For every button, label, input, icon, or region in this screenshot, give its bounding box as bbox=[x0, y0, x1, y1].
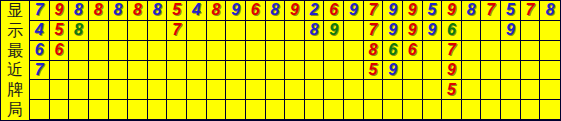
cell-r4c22: 9 bbox=[442, 61, 462, 81]
cell-r2c19: 9 bbox=[383, 21, 403, 41]
label-char-3: 最 bbox=[1, 41, 29, 61]
cell-r5c19 bbox=[383, 80, 403, 100]
cell-r2c17 bbox=[344, 21, 364, 41]
cell-r2c1: 4 bbox=[30, 21, 50, 41]
cell-r5c25 bbox=[501, 80, 521, 100]
cell-r4c3 bbox=[69, 61, 89, 81]
cell-r4c27 bbox=[540, 61, 560, 81]
cell-r1c24: 7 bbox=[481, 1, 501, 21]
cell-r5c11 bbox=[226, 80, 246, 100]
cell-r5c10 bbox=[207, 80, 227, 100]
cell-r3c23 bbox=[462, 41, 482, 61]
cell-r6c4 bbox=[89, 100, 109, 120]
cell-r1c15: 2 bbox=[305, 1, 325, 21]
cell-r3c24 bbox=[481, 41, 501, 61]
cell-r1c17: 9 bbox=[344, 1, 364, 21]
cell-r3c22: 7 bbox=[442, 41, 462, 61]
cell-r3c27 bbox=[540, 41, 560, 61]
cell-r1c7: 8 bbox=[148, 1, 168, 21]
cell-r5c17 bbox=[344, 80, 364, 100]
cell-r6c5 bbox=[109, 100, 129, 120]
cell-r6c19 bbox=[383, 100, 403, 120]
cell-r2c22: 6 bbox=[442, 21, 462, 41]
board-label: 显 示 最 近 牌 局 bbox=[1, 1, 30, 120]
cell-r6c6 bbox=[128, 100, 148, 120]
cell-r4c1: 7 bbox=[30, 61, 50, 81]
cell-r1c14: 9 bbox=[285, 1, 305, 21]
cell-r1c10: 8 bbox=[207, 1, 227, 21]
label-char-2: 示 bbox=[1, 21, 29, 41]
cell-r5c21 bbox=[423, 80, 443, 100]
cell-r4c21 bbox=[423, 61, 443, 81]
cell-r6c20 bbox=[403, 100, 423, 120]
recent-rounds-board: 显 示 最 近 牌 局 7988888548968926979959875784… bbox=[0, 0, 561, 121]
cell-r2c18: 7 bbox=[364, 21, 384, 41]
cell-r1c16: 6 bbox=[324, 1, 344, 21]
label-char-4: 近 bbox=[1, 61, 29, 81]
cell-r4c18: 5 bbox=[364, 61, 384, 81]
cell-r4c17 bbox=[344, 61, 364, 81]
cell-r4c6 bbox=[128, 61, 148, 81]
cell-r6c1 bbox=[30, 100, 50, 120]
cell-r2c12 bbox=[246, 21, 266, 41]
cell-r1c11: 9 bbox=[226, 1, 246, 21]
cell-r6c3 bbox=[69, 100, 89, 120]
cell-r4c26 bbox=[521, 61, 541, 81]
cell-r5c12 bbox=[246, 80, 266, 100]
cell-r3c13 bbox=[266, 41, 286, 61]
cell-r3c3 bbox=[69, 41, 89, 61]
cell-r5c9 bbox=[187, 80, 207, 100]
cell-r3c12 bbox=[246, 41, 266, 61]
cell-r2c9 bbox=[187, 21, 207, 41]
cell-r6c21 bbox=[423, 100, 443, 120]
cell-r4c4 bbox=[89, 61, 109, 81]
cell-r5c1 bbox=[30, 80, 50, 100]
cell-r2c25: 9 bbox=[501, 21, 521, 41]
cell-r5c14 bbox=[285, 80, 305, 100]
cell-r3c8 bbox=[167, 41, 187, 61]
cell-r2c23 bbox=[462, 21, 482, 41]
cell-r5c6 bbox=[128, 80, 148, 100]
cell-r4c2 bbox=[50, 61, 70, 81]
cell-r6c24 bbox=[481, 100, 501, 120]
cell-r4c12 bbox=[246, 61, 266, 81]
cell-r2c21: 9 bbox=[423, 21, 443, 41]
cell-r4c24 bbox=[481, 61, 501, 81]
cell-r6c12 bbox=[246, 100, 266, 120]
cell-r3c7 bbox=[148, 41, 168, 61]
cell-r4c11 bbox=[226, 61, 246, 81]
cell-r1c25: 5 bbox=[501, 1, 521, 21]
cell-r5c15 bbox=[305, 80, 325, 100]
cell-r2c14 bbox=[285, 21, 305, 41]
cell-r3c4 bbox=[89, 41, 109, 61]
cell-r3c9 bbox=[187, 41, 207, 61]
cell-r2c4 bbox=[89, 21, 109, 41]
cell-r6c18 bbox=[364, 100, 384, 120]
cell-r4c5 bbox=[109, 61, 129, 81]
cell-r6c23 bbox=[462, 100, 482, 120]
cell-r1c13: 8 bbox=[266, 1, 286, 21]
cell-r3c10 bbox=[207, 41, 227, 61]
cell-r5c27 bbox=[540, 80, 560, 100]
cell-r1c9: 4 bbox=[187, 1, 207, 21]
cell-r6c13 bbox=[266, 100, 286, 120]
cell-r5c24 bbox=[481, 80, 501, 100]
cell-r3c15 bbox=[305, 41, 325, 61]
cell-r4c19: 9 bbox=[383, 61, 403, 81]
cell-r5c20 bbox=[403, 80, 423, 100]
cell-r4c8 bbox=[167, 61, 187, 81]
cell-r2c7 bbox=[148, 21, 168, 41]
cell-r6c14 bbox=[285, 100, 305, 120]
cell-r4c13 bbox=[266, 61, 286, 81]
cell-r5c18 bbox=[364, 80, 384, 100]
cell-r2c3: 8 bbox=[69, 21, 89, 41]
cell-r6c9 bbox=[187, 100, 207, 120]
cell-r1c21: 5 bbox=[423, 1, 443, 21]
cell-r5c5 bbox=[109, 80, 129, 100]
cell-r6c27 bbox=[540, 100, 560, 120]
cell-r2c13 bbox=[266, 21, 286, 41]
cell-r5c8 bbox=[167, 80, 187, 100]
cell-r3c19: 6 bbox=[383, 41, 403, 61]
cell-r6c2 bbox=[50, 100, 70, 120]
cell-r4c15 bbox=[305, 61, 325, 81]
cell-r2c11 bbox=[226, 21, 246, 41]
cell-r6c26 bbox=[521, 100, 541, 120]
cell-r6c25 bbox=[501, 100, 521, 120]
label-char-5: 牌 bbox=[1, 80, 29, 100]
cell-r5c26 bbox=[521, 80, 541, 100]
cell-r4c9 bbox=[187, 61, 207, 81]
cell-r1c4: 8 bbox=[89, 1, 109, 21]
cell-r1c3: 8 bbox=[69, 1, 89, 21]
cell-r1c5: 8 bbox=[109, 1, 129, 21]
cell-r2c27 bbox=[540, 21, 560, 41]
cell-r3c2: 6 bbox=[50, 41, 70, 61]
cell-r6c22 bbox=[442, 100, 462, 120]
cell-r2c6 bbox=[128, 21, 148, 41]
cell-r4c10 bbox=[207, 61, 227, 81]
cell-r6c8 bbox=[167, 100, 187, 120]
cell-r1c6: 8 bbox=[128, 1, 148, 21]
cell-r4c7 bbox=[148, 61, 168, 81]
cell-r5c7 bbox=[148, 80, 168, 100]
cell-r3c26 bbox=[521, 41, 541, 61]
cell-r6c15 bbox=[305, 100, 325, 120]
cell-r2c24 bbox=[481, 21, 501, 41]
cell-r2c20: 9 bbox=[403, 21, 423, 41]
cell-r4c25 bbox=[501, 61, 521, 81]
cell-r6c7 bbox=[148, 100, 168, 120]
cell-r6c11 bbox=[226, 100, 246, 120]
cell-r3c11 bbox=[226, 41, 246, 61]
cell-r1c19: 9 bbox=[383, 1, 403, 21]
cell-r1c23: 8 bbox=[462, 1, 482, 21]
cell-r2c5 bbox=[109, 21, 129, 41]
cell-r6c10 bbox=[207, 100, 227, 120]
label-char-6: 局 bbox=[1, 100, 29, 120]
cell-r2c26 bbox=[521, 21, 541, 41]
cell-r1c8: 5 bbox=[167, 1, 187, 21]
cell-r1c2: 9 bbox=[50, 1, 70, 21]
cell-r3c25 bbox=[501, 41, 521, 61]
cell-r5c16 bbox=[324, 80, 344, 100]
cell-r1c1: 7 bbox=[30, 1, 50, 21]
cell-r3c14 bbox=[285, 41, 305, 61]
cell-r2c15: 8 bbox=[305, 21, 325, 41]
cell-r4c14 bbox=[285, 61, 305, 81]
cell-r3c5 bbox=[109, 41, 129, 61]
cell-r3c16 bbox=[324, 41, 344, 61]
cell-r4c23 bbox=[462, 61, 482, 81]
cell-r3c1: 6 bbox=[30, 41, 50, 61]
cell-r2c2: 5 bbox=[50, 21, 70, 41]
label-char-1: 显 bbox=[1, 1, 29, 21]
cell-r5c4 bbox=[89, 80, 109, 100]
cell-r1c18: 7 bbox=[364, 1, 384, 21]
cell-r4c20 bbox=[403, 61, 423, 81]
cell-r1c26: 7 bbox=[521, 1, 541, 21]
cell-r3c17 bbox=[344, 41, 364, 61]
cell-r3c20: 6 bbox=[403, 41, 423, 61]
cell-r1c12: 6 bbox=[246, 1, 266, 21]
cell-r2c10 bbox=[207, 21, 227, 41]
cell-r5c3 bbox=[69, 80, 89, 100]
cell-r2c8: 7 bbox=[167, 21, 187, 41]
cell-r1c27: 8 bbox=[540, 1, 560, 21]
cell-r5c2 bbox=[50, 80, 70, 100]
cell-r2c16: 9 bbox=[324, 21, 344, 41]
cell-r3c6 bbox=[128, 41, 148, 61]
cell-r6c16 bbox=[324, 100, 344, 120]
cell-r6c17 bbox=[344, 100, 364, 120]
board-grid: 7988888548968926979959875784587897999696… bbox=[30, 1, 560, 120]
cell-r5c23 bbox=[462, 80, 482, 100]
cell-r1c20: 9 bbox=[403, 1, 423, 21]
cell-r3c18: 8 bbox=[364, 41, 384, 61]
cell-r5c22: 5 bbox=[442, 80, 462, 100]
cell-r3c21 bbox=[423, 41, 443, 61]
cell-r1c22: 9 bbox=[442, 1, 462, 21]
cell-r4c16 bbox=[324, 61, 344, 81]
cell-r5c13 bbox=[266, 80, 286, 100]
